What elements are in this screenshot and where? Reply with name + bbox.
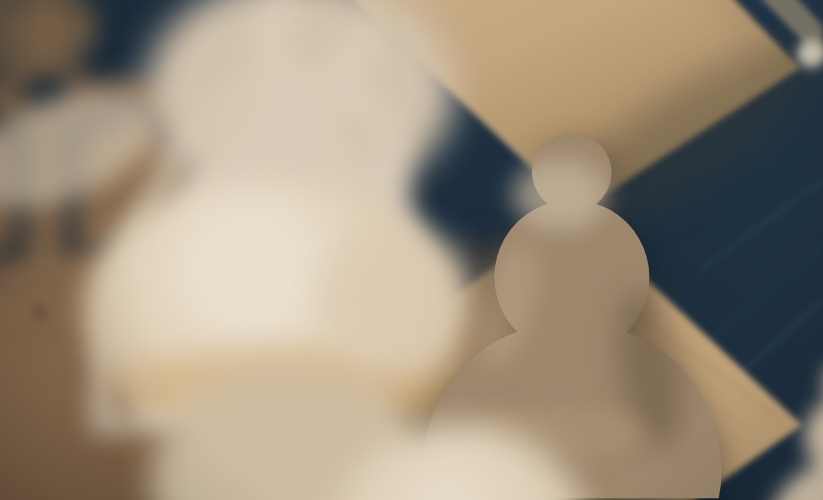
chess-macro-photo: ♚ ♞ ♟ ♟: [0, 0, 823, 500]
pawn-contact-shadow: [452, 426, 692, 498]
shadow-behind-pawn: [415, 242, 585, 358]
chessboard: [0, 0, 823, 500]
distant-piece-highlight-core: [805, 45, 819, 59]
